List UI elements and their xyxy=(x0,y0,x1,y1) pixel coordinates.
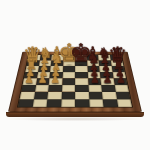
square-b3 xyxy=(35,85,49,92)
square-h2 xyxy=(115,92,130,99)
square-e3 xyxy=(75,85,88,92)
square-g2 xyxy=(102,92,117,99)
square-g3 xyxy=(101,85,115,92)
square-d1 xyxy=(61,99,75,107)
square-c7: ♞ xyxy=(51,60,63,66)
square-g7: ♝ xyxy=(99,60,112,66)
white-rook: ♜ xyxy=(28,47,40,60)
white-pawn: ♟ xyxy=(26,67,35,78)
square-g1 xyxy=(103,99,118,107)
square-c1 xyxy=(47,99,62,107)
square-f3 xyxy=(88,85,102,92)
white-bishop: ♝ xyxy=(50,44,64,59)
square-c3 xyxy=(48,85,62,92)
board-shadow xyxy=(9,117,141,121)
square-b7: ♝ xyxy=(39,60,52,66)
white-pawn: ♟ xyxy=(38,67,47,78)
white-pawn: ♟ xyxy=(51,67,60,78)
chess-set-photo: ♜♞♝♝♞♜♛♝♞♚♚♞♝♛♜♟♟♟♟♜♟♟♟♟♟♟♟♟♟♟♟♟ xyxy=(0,0,150,150)
square-e1 xyxy=(75,99,89,107)
black-pawn: ♟ xyxy=(102,67,111,78)
square-h1 xyxy=(117,99,132,107)
square-h7: ♛ xyxy=(110,60,123,66)
square-d3 xyxy=(62,85,75,92)
square-f7: ♞ xyxy=(87,60,99,66)
black-pawn: ♟ xyxy=(115,67,124,78)
square-d2 xyxy=(61,92,75,99)
square-f1 xyxy=(89,99,104,107)
board-playing-area: ♜♞♝♝♞♜♛♝♞♚♚♞♝♛♜♟♟♟♟♜♟♟♟♟♟♟♟♟♟♟♟♟ xyxy=(18,55,132,107)
square-h3 xyxy=(114,85,129,92)
square-a2 xyxy=(20,92,35,99)
square-a1 xyxy=(18,99,33,107)
square-a3 xyxy=(21,85,36,92)
chess-board: ♜♞♝♝♞♜♛♝♞♚♚♞♝♛♜♟♟♟♟♜♟♟♟♟♟♟♟♟♟♟♟♟ xyxy=(8,52,142,112)
square-d7: ♚ xyxy=(63,60,75,66)
black-rook: ♜ xyxy=(110,47,122,60)
square-c2 xyxy=(47,92,61,99)
black-pawn: ♟ xyxy=(89,67,98,78)
square-e7: ♚ xyxy=(75,60,87,66)
square-f2 xyxy=(88,92,102,99)
square-e2 xyxy=(75,92,89,99)
square-b2 xyxy=(33,92,48,99)
square-a7: ♛ xyxy=(27,60,40,66)
white-knight: ♞ xyxy=(39,45,52,60)
square-b1 xyxy=(32,99,47,107)
